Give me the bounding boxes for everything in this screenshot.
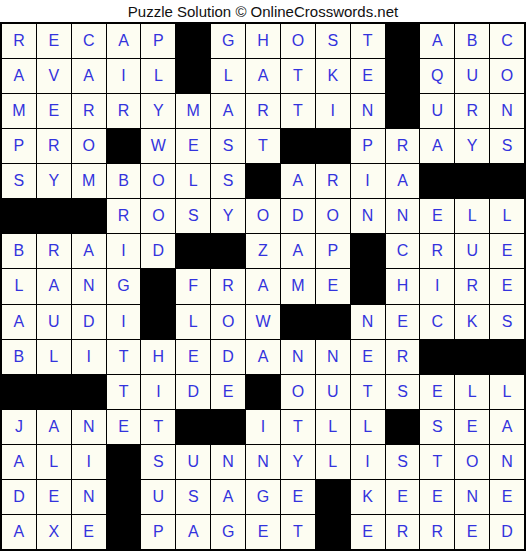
letter-cell: G	[246, 480, 280, 514]
letter-cell: N	[386, 199, 420, 233]
black-cell	[2, 375, 36, 409]
letter-cell: J	[2, 410, 36, 444]
letter-cell: N	[246, 445, 280, 479]
letter-cell: T	[281, 59, 315, 93]
black-cell	[107, 480, 141, 514]
black-cell	[246, 164, 280, 198]
letter-cell: T	[107, 375, 141, 409]
letter-cell: A	[176, 515, 210, 549]
letter-cell: N	[316, 340, 350, 374]
letter-cell: D	[176, 375, 210, 409]
letter-cell: R	[72, 94, 106, 128]
letter-cell: D	[281, 199, 315, 233]
letter-cell: P	[316, 234, 350, 268]
letter-cell: R	[37, 234, 71, 268]
letter-cell: I	[107, 59, 141, 93]
letter-cell: R	[420, 234, 454, 268]
letter-cell: R	[2, 24, 36, 58]
letter-cell: A	[72, 234, 106, 268]
letter-cell: E	[386, 480, 420, 514]
letter-cell: N	[490, 94, 524, 128]
letter-cell: R	[107, 94, 141, 128]
letter-cell: L	[37, 340, 71, 374]
letter-cell: R	[420, 515, 454, 549]
letter-cell: H	[246, 24, 280, 58]
letter-cell: S	[141, 445, 175, 479]
letter-cell: M	[281, 269, 315, 303]
letter-cell: A	[37, 269, 71, 303]
letter-cell: I	[72, 340, 106, 374]
letter-cell: M	[2, 94, 36, 128]
letter-cell: I	[351, 445, 385, 479]
letter-cell: R	[316, 164, 350, 198]
letter-cell: D	[2, 480, 36, 514]
letter-cell: H	[386, 269, 420, 303]
letter-cell: I	[72, 445, 106, 479]
letter-cell: D	[141, 234, 175, 268]
crossword-grid: RECAPGHOSTABCAVAILLATKEQUOMERRYMARTINURN…	[0, 22, 526, 551]
letter-cell: E	[37, 94, 71, 128]
letter-cell: K	[351, 480, 385, 514]
letter-cell: A	[420, 129, 454, 163]
letter-cell: A	[281, 234, 315, 268]
letter-cell: O	[281, 24, 315, 58]
letter-cell: I	[246, 410, 280, 444]
black-cell	[2, 199, 36, 233]
letter-cell: O	[490, 59, 524, 93]
letter-cell: L	[141, 59, 175, 93]
letter-cell: R	[107, 199, 141, 233]
letter-cell: L	[2, 269, 36, 303]
letter-cell: E	[281, 480, 315, 514]
letter-cell: I	[351, 164, 385, 198]
letter-cell: T	[420, 445, 454, 479]
letter-cell: A	[2, 515, 36, 549]
letter-cell: S	[316, 24, 350, 58]
letter-cell: O	[141, 199, 175, 233]
letter-cell: R	[455, 94, 489, 128]
letter-cell: E	[420, 199, 454, 233]
letter-cell: N	[281, 340, 315, 374]
letter-cell: Y	[37, 164, 71, 198]
black-cell	[386, 59, 420, 93]
letter-cell: C	[386, 234, 420, 268]
letter-cell: S	[176, 480, 210, 514]
black-cell	[420, 164, 454, 198]
letter-cell: S	[490, 305, 524, 339]
letter-cell: P	[141, 515, 175, 549]
letter-cell: P	[2, 129, 36, 163]
letter-cell: E	[351, 340, 385, 374]
letter-cell: E	[176, 340, 210, 374]
black-cell	[316, 480, 350, 514]
letter-cell: E	[490, 269, 524, 303]
letter-cell: L	[211, 59, 245, 93]
black-cell	[386, 24, 420, 58]
letter-cell: A	[490, 410, 524, 444]
letter-cell: U	[420, 94, 454, 128]
letter-cell: N	[351, 94, 385, 128]
letter-cell: A	[2, 305, 36, 339]
letter-cell: B	[2, 340, 36, 374]
letter-cell: U	[37, 305, 71, 339]
letter-cell: E	[490, 480, 524, 514]
letter-cell: W	[246, 305, 280, 339]
letter-cell: R	[386, 129, 420, 163]
letter-cell: R	[246, 94, 280, 128]
black-cell	[141, 305, 175, 339]
letter-cell: E	[386, 305, 420, 339]
letter-cell: E	[351, 515, 385, 549]
black-cell	[211, 410, 245, 444]
black-cell	[316, 129, 350, 163]
letter-cell: S	[211, 164, 245, 198]
letter-cell: S	[490, 129, 524, 163]
letter-cell: L	[176, 305, 210, 339]
black-cell	[281, 305, 315, 339]
letter-cell: G	[211, 515, 245, 549]
letter-cell: N	[72, 410, 106, 444]
letter-cell: B	[107, 164, 141, 198]
letter-cell: U	[455, 59, 489, 93]
letter-cell: Z	[246, 234, 280, 268]
letter-cell: I	[420, 269, 454, 303]
letter-cell: S	[420, 410, 454, 444]
page-title: Puzzle Solution © OnlineCrosswords.net	[0, 0, 526, 22]
letter-cell: L	[316, 445, 350, 479]
letter-cell: G	[211, 24, 245, 58]
letter-cell: A	[211, 480, 245, 514]
letter-cell: N	[72, 269, 106, 303]
letter-cell: T	[107, 340, 141, 374]
black-cell	[107, 445, 141, 479]
black-cell	[37, 375, 71, 409]
letter-cell: Y	[281, 445, 315, 479]
letter-cell: A	[2, 59, 36, 93]
letter-cell: A	[246, 269, 280, 303]
black-cell	[281, 129, 315, 163]
letter-cell: Q	[420, 59, 454, 93]
letter-cell: K	[316, 59, 350, 93]
black-cell	[141, 269, 175, 303]
letter-cell: B	[455, 24, 489, 58]
letter-cell: S	[176, 199, 210, 233]
black-cell	[72, 375, 106, 409]
letter-cell: O	[316, 199, 350, 233]
letter-cell: R	[386, 515, 420, 549]
letter-cell: R	[37, 129, 71, 163]
black-cell	[176, 24, 210, 58]
letter-cell: N	[351, 199, 385, 233]
puzzle-solution-page: Puzzle Solution © OnlineCrosswords.net R…	[0, 0, 526, 551]
letter-cell: S	[386, 375, 420, 409]
letter-cell: D	[490, 515, 524, 549]
letter-cell: A	[211, 94, 245, 128]
letter-cell: A	[246, 59, 280, 93]
black-cell	[72, 199, 106, 233]
letter-cell: O	[72, 129, 106, 163]
letter-cell: S	[386, 445, 420, 479]
letter-cell: E	[420, 375, 454, 409]
black-cell	[107, 129, 141, 163]
letter-cell: D	[211, 340, 245, 374]
letter-cell: A	[2, 445, 36, 479]
letter-cell: T	[281, 410, 315, 444]
letter-cell: C	[72, 24, 106, 58]
letter-cell: V	[37, 59, 71, 93]
letter-cell: W	[141, 129, 175, 163]
letter-cell: H	[141, 340, 175, 374]
letter-cell: A	[37, 410, 71, 444]
letter-cell: E	[455, 515, 489, 549]
black-cell	[455, 164, 489, 198]
letter-cell: O	[141, 164, 175, 198]
letter-cell: L	[455, 375, 489, 409]
letter-cell: N	[211, 445, 245, 479]
letter-cell: S	[211, 129, 245, 163]
black-cell	[386, 94, 420, 128]
letter-cell: T	[141, 410, 175, 444]
letter-cell: A	[420, 24, 454, 58]
letter-cell: A	[246, 340, 280, 374]
letter-cell: G	[107, 269, 141, 303]
black-cell	[246, 375, 280, 409]
letter-cell: M	[176, 94, 210, 128]
letter-cell: Y	[455, 129, 489, 163]
letter-cell: C	[490, 24, 524, 58]
black-cell	[420, 340, 454, 374]
black-cell	[37, 199, 71, 233]
letter-cell: E	[211, 375, 245, 409]
letter-cell: O	[246, 199, 280, 233]
letter-cell: N	[455, 480, 489, 514]
black-cell	[176, 59, 210, 93]
black-cell	[316, 305, 350, 339]
letter-cell: X	[37, 515, 71, 549]
letter-cell: L	[37, 445, 71, 479]
letter-cell: P	[141, 24, 175, 58]
letter-cell: E	[72, 515, 106, 549]
letter-cell: E	[246, 515, 280, 549]
letter-cell: L	[455, 199, 489, 233]
letter-cell: O	[281, 375, 315, 409]
letter-cell: O	[455, 445, 489, 479]
letter-cell: K	[455, 305, 489, 339]
black-cell	[351, 234, 385, 268]
letter-cell: S	[2, 164, 36, 198]
letter-cell: D	[72, 305, 106, 339]
letter-cell: L	[490, 199, 524, 233]
letter-cell: L	[176, 164, 210, 198]
letter-cell: R	[455, 269, 489, 303]
letter-cell: E	[351, 59, 385, 93]
letter-cell: E	[455, 410, 489, 444]
letter-cell: L	[490, 375, 524, 409]
black-cell	[490, 340, 524, 374]
letter-cell: E	[37, 480, 71, 514]
letter-cell: N	[72, 480, 106, 514]
letter-cell: A	[107, 24, 141, 58]
letter-cell: E	[420, 480, 454, 514]
letter-cell: U	[176, 445, 210, 479]
letter-cell: E	[316, 269, 350, 303]
letter-cell: R	[386, 340, 420, 374]
letter-cell: A	[72, 59, 106, 93]
letter-cell: O	[211, 305, 245, 339]
letter-cell: U	[141, 480, 175, 514]
letter-cell: E	[490, 234, 524, 268]
letter-cell: B	[2, 234, 36, 268]
letter-cell: I	[107, 305, 141, 339]
letter-cell: C	[420, 305, 454, 339]
letter-cell: A	[386, 164, 420, 198]
letter-cell: U	[316, 375, 350, 409]
letter-cell: Y	[141, 94, 175, 128]
letter-cell: U	[455, 234, 489, 268]
letter-cell: P	[351, 129, 385, 163]
letter-cell: E	[107, 410, 141, 444]
letter-cell: N	[490, 445, 524, 479]
black-cell	[211, 234, 245, 268]
letter-cell: T	[281, 515, 315, 549]
letter-cell: R	[211, 269, 245, 303]
letter-cell: N	[351, 305, 385, 339]
letter-cell: L	[351, 410, 385, 444]
black-cell	[490, 164, 524, 198]
letter-cell: A	[281, 164, 315, 198]
black-cell	[351, 269, 385, 303]
black-cell	[107, 515, 141, 549]
letter-cell: E	[37, 24, 71, 58]
letter-cell: T	[246, 129, 280, 163]
letter-cell: F	[176, 269, 210, 303]
letter-cell: I	[141, 375, 175, 409]
letter-cell: M	[72, 164, 106, 198]
letter-cell: I	[107, 234, 141, 268]
letter-cell: E	[176, 129, 210, 163]
letter-cell: T	[351, 24, 385, 58]
letter-cell: L	[316, 410, 350, 444]
black-cell	[386, 410, 420, 444]
black-cell	[316, 515, 350, 549]
black-cell	[176, 234, 210, 268]
letter-cell: T	[281, 94, 315, 128]
letter-cell: T	[351, 375, 385, 409]
letter-cell: I	[316, 94, 350, 128]
black-cell	[455, 340, 489, 374]
black-cell	[176, 410, 210, 444]
letter-cell: Y	[211, 199, 245, 233]
